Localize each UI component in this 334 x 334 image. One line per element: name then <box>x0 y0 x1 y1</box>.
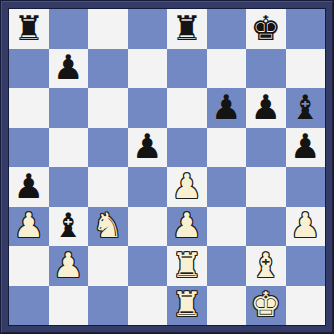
square-c7[interactable] <box>88 49 128 89</box>
square-b4[interactable] <box>49 167 89 207</box>
square-g8[interactable]: ♚ <box>246 9 286 49</box>
square-b6[interactable] <box>49 88 89 128</box>
square-c8[interactable] <box>88 9 128 49</box>
square-d7[interactable] <box>128 49 168 89</box>
square-d2[interactable] <box>128 246 168 286</box>
square-g6[interactable]: ♟ <box>246 88 286 128</box>
white-pawn-e3[interactable]: ♟ <box>172 208 202 242</box>
square-e3[interactable]: ♟ <box>167 207 207 247</box>
square-a8[interactable]: ♜ <box>9 9 49 49</box>
square-e4[interactable]: ♟ <box>167 167 207 207</box>
square-c4[interactable] <box>88 167 128 207</box>
square-b2[interactable]: ♟ <box>49 246 89 286</box>
square-d4[interactable] <box>128 167 168 207</box>
square-b5[interactable] <box>49 128 89 168</box>
black-pawn-d5[interactable]: ♟ <box>132 129 162 163</box>
square-f7[interactable] <box>207 49 247 89</box>
square-h2[interactable] <box>286 246 326 286</box>
square-g5[interactable] <box>246 128 286 168</box>
black-pawn-a4[interactable]: ♟ <box>14 169 44 203</box>
black-pawn-h5[interactable]: ♟ <box>290 129 320 163</box>
chess-board-frame: ♜♜♚♟♟♟♝♟♟♟♟♟♝♞♟♟♟♜♝♜♚ <box>0 0 334 334</box>
square-h3[interactable]: ♟ <box>286 207 326 247</box>
square-d1[interactable] <box>128 286 168 326</box>
square-g3[interactable] <box>246 207 286 247</box>
square-h5[interactable]: ♟ <box>286 128 326 168</box>
square-a4[interactable]: ♟ <box>9 167 49 207</box>
square-f5[interactable] <box>207 128 247 168</box>
square-f3[interactable] <box>207 207 247 247</box>
square-b3[interactable]: ♝ <box>49 207 89 247</box>
black-rook-e8[interactable]: ♜ <box>172 11 202 45</box>
square-d3[interactable] <box>128 207 168 247</box>
white-knight-c3[interactable]: ♞ <box>93 208 123 242</box>
square-b1[interactable] <box>49 286 89 326</box>
square-c1[interactable] <box>88 286 128 326</box>
square-e2[interactable]: ♜ <box>167 246 207 286</box>
square-c3[interactable]: ♞ <box>88 207 128 247</box>
black-pawn-g6[interactable]: ♟ <box>251 90 281 124</box>
square-a5[interactable] <box>9 128 49 168</box>
square-h7[interactable] <box>286 49 326 89</box>
square-e6[interactable] <box>167 88 207 128</box>
white-pawn-e4[interactable]: ♟ <box>172 169 202 203</box>
white-bishop-g2[interactable]: ♝ <box>251 248 281 282</box>
square-h6[interactable]: ♝ <box>286 88 326 128</box>
square-h8[interactable] <box>286 9 326 49</box>
white-pawn-a3[interactable]: ♟ <box>14 208 44 242</box>
square-a3[interactable]: ♟ <box>9 207 49 247</box>
square-f4[interactable] <box>207 167 247 207</box>
square-a2[interactable] <box>9 246 49 286</box>
white-rook-e1[interactable]: ♜ <box>172 287 202 321</box>
square-a7[interactable] <box>9 49 49 89</box>
square-c5[interactable] <box>88 128 128 168</box>
white-rook-e2[interactable]: ♜ <box>172 248 202 282</box>
black-bishop-h6[interactable]: ♝ <box>290 90 320 124</box>
black-pawn-b7[interactable]: ♟ <box>53 50 83 84</box>
square-h1[interactable] <box>286 286 326 326</box>
square-d8[interactable] <box>128 9 168 49</box>
black-king-g8[interactable]: ♚ <box>251 11 281 45</box>
square-b7[interactable]: ♟ <box>49 49 89 89</box>
square-b8[interactable] <box>49 9 89 49</box>
square-f8[interactable] <box>207 9 247 49</box>
black-bishop-b3[interactable]: ♝ <box>53 208 83 242</box>
square-c2[interactable] <box>88 246 128 286</box>
square-e1[interactable]: ♜ <box>167 286 207 326</box>
square-f2[interactable] <box>207 246 247 286</box>
square-e5[interactable] <box>167 128 207 168</box>
square-e8[interactable]: ♜ <box>167 9 207 49</box>
square-d6[interactable] <box>128 88 168 128</box>
square-d5[interactable]: ♟ <box>128 128 168 168</box>
white-pawn-h3[interactable]: ♟ <box>290 208 320 242</box>
square-g2[interactable]: ♝ <box>246 246 286 286</box>
white-pawn-b2[interactable]: ♟ <box>53 248 83 282</box>
square-c6[interactable] <box>88 88 128 128</box>
square-e7[interactable] <box>167 49 207 89</box>
square-g1[interactable]: ♚ <box>246 286 286 326</box>
square-a1[interactable] <box>9 286 49 326</box>
square-f1[interactable] <box>207 286 247 326</box>
square-g7[interactable] <box>246 49 286 89</box>
square-h4[interactable] <box>286 167 326 207</box>
square-a6[interactable] <box>9 88 49 128</box>
square-f6[interactable]: ♟ <box>207 88 247 128</box>
black-pawn-f6[interactable]: ♟ <box>211 90 241 124</box>
white-king-g1[interactable]: ♚ <box>251 287 281 321</box>
chess-board: ♜♜♚♟♟♟♝♟♟♟♟♟♝♞♟♟♟♜♝♜♚ <box>8 8 326 326</box>
square-g4[interactable] <box>246 167 286 207</box>
black-rook-a8[interactable]: ♜ <box>14 11 44 45</box>
